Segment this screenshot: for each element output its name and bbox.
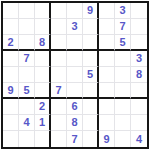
- cell-r1c4[interactable]: [51, 3, 67, 19]
- cell-r2c3[interactable]: [35, 19, 51, 35]
- cell-r8c5[interactable]: 8: [67, 115, 83, 131]
- cell-r1c2[interactable]: [19, 3, 35, 19]
- cell-r3c2[interactable]: [19, 35, 35, 51]
- cell-r4c9[interactable]: 3: [131, 51, 147, 67]
- cell-r2c5[interactable]: 3: [67, 19, 83, 35]
- cell-r9c7[interactable]: 9: [99, 131, 115, 147]
- cell-r2c7[interactable]: [99, 19, 115, 35]
- cell-r3c9[interactable]: [131, 35, 147, 51]
- cell-r4c2[interactable]: 7: [19, 51, 35, 67]
- cell-r9c9[interactable]: 4: [131, 131, 147, 147]
- cell-r9c4[interactable]: [51, 131, 67, 147]
- cell-r8c7[interactable]: [99, 115, 115, 131]
- cell-r8c3[interactable]: 1: [35, 115, 51, 131]
- cell-r1c1[interactable]: [3, 3, 19, 19]
- cell-r8c9[interactable]: [131, 115, 147, 131]
- cell-r2c6[interactable]: [83, 19, 99, 35]
- cell-r4c8[interactable]: [115, 51, 131, 67]
- cell-r3c4[interactable]: [51, 35, 67, 51]
- cell-r9c3[interactable]: [35, 131, 51, 147]
- cell-r3c5[interactable]: [67, 35, 83, 51]
- cell-r8c4[interactable]: [51, 115, 67, 131]
- cell-r7c4[interactable]: [51, 99, 67, 115]
- cell-r1c8[interactable]: 3: [115, 3, 131, 19]
- cell-r8c6[interactable]: [83, 115, 99, 131]
- cell-r7c8[interactable]: [115, 99, 131, 115]
- cell-r5c5[interactable]: [67, 67, 83, 83]
- cell-r8c8[interactable]: [115, 115, 131, 131]
- cell-r3c6[interactable]: [83, 35, 99, 51]
- cell-r2c4[interactable]: [51, 19, 67, 35]
- cell-r9c5[interactable]: 7: [67, 131, 83, 147]
- cell-r5c1[interactable]: [3, 67, 19, 83]
- cell-r9c1[interactable]: [3, 131, 19, 147]
- cell-r5c2[interactable]: [19, 67, 35, 83]
- cell-r5c9[interactable]: 8: [131, 67, 147, 83]
- cell-r7c2[interactable]: [19, 99, 35, 115]
- cell-r1c7[interactable]: [99, 3, 115, 19]
- cell-r6c9[interactable]: [131, 83, 147, 99]
- cell-r7c6[interactable]: [83, 99, 99, 115]
- cell-r5c6[interactable]: 5: [83, 67, 99, 83]
- cell-r9c6[interactable]: [83, 131, 99, 147]
- cell-r6c5[interactable]: [67, 83, 83, 99]
- cell-r6c4[interactable]: 7: [51, 83, 67, 99]
- sudoku-board: 9337285735895726418794: [1, 1, 149, 149]
- cell-r6c3[interactable]: [35, 83, 51, 99]
- cell-r4c1[interactable]: [3, 51, 19, 67]
- cell-r5c3[interactable]: [35, 67, 51, 83]
- cell-r8c1[interactable]: [3, 115, 19, 131]
- cell-r5c7[interactable]: [99, 67, 115, 83]
- cell-r6c1[interactable]: 9: [3, 83, 19, 99]
- cell-r4c6[interactable]: [83, 51, 99, 67]
- cell-r3c3[interactable]: 8: [35, 35, 51, 51]
- cell-r2c1[interactable]: [3, 19, 19, 35]
- cell-r2c8[interactable]: 7: [115, 19, 131, 35]
- cell-r4c7[interactable]: [99, 51, 115, 67]
- cell-r6c8[interactable]: [115, 83, 131, 99]
- cell-r8c2[interactable]: 4: [19, 115, 35, 131]
- cell-r3c1[interactable]: 2: [3, 35, 19, 51]
- cell-r1c9[interactable]: [131, 3, 147, 19]
- cell-r2c2[interactable]: [19, 19, 35, 35]
- cell-r3c8[interactable]: 5: [115, 35, 131, 51]
- cell-r9c8[interactable]: [115, 131, 131, 147]
- cell-r5c8[interactable]: [115, 67, 131, 83]
- cell-r3c7[interactable]: [99, 35, 115, 51]
- cell-r7c1[interactable]: [3, 99, 19, 115]
- cell-r6c2[interactable]: 5: [19, 83, 35, 99]
- cell-r7c3[interactable]: 2: [35, 99, 51, 115]
- cell-r6c7[interactable]: [99, 83, 115, 99]
- cell-r4c3[interactable]: [35, 51, 51, 67]
- cell-r1c5[interactable]: [67, 3, 83, 19]
- cell-r2c9[interactable]: [131, 19, 147, 35]
- cell-r7c9[interactable]: [131, 99, 147, 115]
- cell-r6c6[interactable]: [83, 83, 99, 99]
- cell-r9c2[interactable]: [19, 131, 35, 147]
- cell-r4c5[interactable]: [67, 51, 83, 67]
- cell-r1c3[interactable]: [35, 3, 51, 19]
- cell-r1c6[interactable]: 9: [83, 3, 99, 19]
- cell-r7c5[interactable]: 6: [67, 99, 83, 115]
- cell-r5c4[interactable]: [51, 67, 67, 83]
- cell-r4c4[interactable]: [51, 51, 67, 67]
- cell-r7c7[interactable]: [99, 99, 115, 115]
